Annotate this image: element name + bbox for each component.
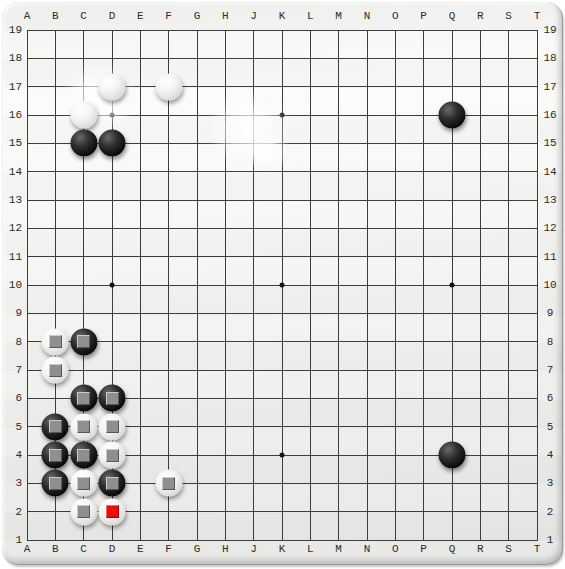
stone-white[interactable] <box>70 102 97 129</box>
stone-white[interactable] <box>155 470 182 497</box>
stone-white[interactable] <box>70 498 97 525</box>
square-mark <box>77 392 90 405</box>
stone-black[interactable] <box>42 470 69 497</box>
stone-black[interactable] <box>70 328 97 355</box>
square-mark <box>77 335 90 348</box>
square-mark <box>77 420 90 433</box>
stone-black[interactable] <box>42 413 69 440</box>
square-mark <box>106 477 119 490</box>
stone-black[interactable] <box>42 442 69 469</box>
stone-black[interactable] <box>70 130 97 157</box>
square-mark <box>49 477 62 490</box>
stone-white[interactable] <box>155 73 182 100</box>
stone-black[interactable] <box>439 442 466 469</box>
square-mark <box>77 477 90 490</box>
stone-white[interactable] <box>99 498 126 525</box>
square-mark <box>106 449 119 462</box>
stone-white[interactable] <box>99 413 126 440</box>
square-mark <box>106 392 119 405</box>
square-mark <box>162 477 175 490</box>
stone-black[interactable] <box>70 385 97 412</box>
square-mark <box>77 449 90 462</box>
stone-white[interactable] <box>99 442 126 469</box>
stone-black[interactable] <box>439 102 466 129</box>
square-mark <box>49 449 62 462</box>
stone-white[interactable] <box>70 413 97 440</box>
square-mark <box>49 335 62 348</box>
red-square-mark <box>106 505 119 518</box>
square-mark <box>106 420 119 433</box>
square-mark <box>77 505 90 518</box>
stone-layer <box>0 0 565 569</box>
stone-black[interactable] <box>99 130 126 157</box>
square-mark <box>49 364 62 377</box>
stone-black[interactable] <box>70 442 97 469</box>
stone-white[interactable] <box>42 357 69 384</box>
stone-white[interactable] <box>70 470 97 497</box>
stone-white[interactable] <box>99 73 126 100</box>
stone-black[interactable] <box>99 385 126 412</box>
square-mark <box>49 420 62 433</box>
stone-black[interactable] <box>99 470 126 497</box>
stone-white[interactable] <box>42 328 69 355</box>
go-client-window: AABBCCDDEEFFGGHHJJKKLLMMNNOOPPQQRRSSTT19… <box>0 0 565 569</box>
